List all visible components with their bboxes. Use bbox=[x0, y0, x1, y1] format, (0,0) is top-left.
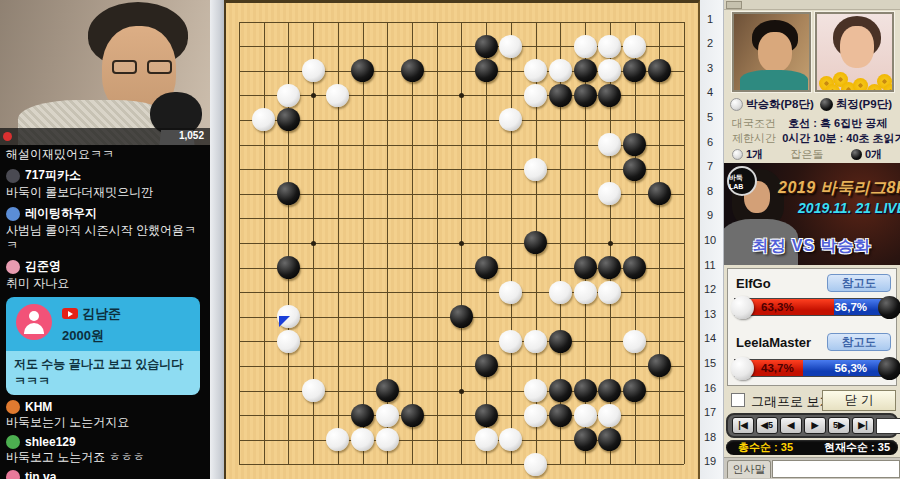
star-point bbox=[459, 389, 464, 394]
stone-black bbox=[351, 59, 374, 82]
cam-face bbox=[840, 26, 874, 68]
chat-username[interactable]: 김준영 bbox=[25, 258, 61, 275]
total-moves: 총수순 : 35 bbox=[738, 440, 793, 455]
panel-divider[interactable] bbox=[210, 0, 224, 479]
stone-white bbox=[623, 35, 646, 58]
row-label-1: 1 bbox=[700, 13, 720, 25]
white-stone-icon bbox=[731, 296, 754, 319]
stone-black bbox=[401, 404, 424, 427]
banner-date: 2019.11. 21 LIVE bbox=[798, 200, 900, 216]
time-value: 0시간 10분 : 40초 초읽기 5번 bbox=[782, 132, 900, 144]
chat-avatar bbox=[6, 470, 20, 479]
player-black-name: 최정(P9단) bbox=[836, 97, 892, 112]
move-number-input[interactable] bbox=[876, 418, 900, 434]
black-stone-icon bbox=[878, 296, 900, 319]
stone-black bbox=[623, 379, 646, 402]
stone-black bbox=[450, 305, 473, 328]
stone-black bbox=[277, 108, 300, 131]
star-point bbox=[459, 93, 464, 98]
host-webcam-video[interactable]: 1,052 bbox=[0, 0, 210, 145]
current-move: 현재수순 : 35 bbox=[824, 440, 890, 455]
donation-avatar bbox=[16, 304, 52, 340]
stone-black bbox=[277, 256, 300, 279]
tab-greeting[interactable]: 인사말 bbox=[727, 460, 771, 478]
youtube-icon bbox=[62, 308, 78, 319]
white-stone-icon bbox=[730, 98, 743, 111]
stone-black bbox=[549, 404, 572, 427]
chat-text: 사범님 롤아직 시즌시작 안했어욤ㅋㅋ bbox=[6, 223, 204, 253]
stone-white bbox=[277, 330, 300, 353]
stone-white bbox=[598, 133, 621, 156]
ai-engine-name: LeelaMaster bbox=[736, 335, 811, 350]
player-cam-white bbox=[732, 12, 811, 92]
greeting-row: 인사말 bbox=[724, 457, 900, 479]
nav-button-3[interactable]: ▶ bbox=[804, 417, 826, 434]
stone-black bbox=[475, 35, 498, 58]
stone-white bbox=[475, 428, 498, 451]
stone-white bbox=[574, 35, 597, 58]
condition-value: 호선 : 흑 6집반 공제 bbox=[788, 117, 887, 129]
row-label-12: 12 bbox=[700, 283, 720, 295]
stone-black bbox=[648, 59, 671, 82]
stone-black bbox=[598, 379, 621, 402]
stone-white bbox=[549, 59, 572, 82]
stone-white bbox=[574, 404, 597, 427]
right-panel-top-strip bbox=[724, 0, 900, 10]
row-label-17: 17 bbox=[700, 406, 720, 418]
chat-message: shlee129바둑보고 노는거죠 ㅎㅎㅎ bbox=[6, 435, 204, 465]
row-label-4: 4 bbox=[700, 86, 720, 98]
event-banner: 바둑LAB 2019 바둑리그8R 2019.11. 21 LIVE 최정 VS… bbox=[724, 163, 900, 265]
flower-decoration bbox=[825, 84, 840, 92]
flower-decoration bbox=[853, 78, 868, 92]
ai-winrate-box: ElfGo 참고도 63,3% 36,7% LeelaMaster 참고도 43… bbox=[727, 268, 897, 386]
stone-white bbox=[598, 281, 621, 304]
chat-text: 취미 자나요 bbox=[6, 276, 204, 291]
chat-list[interactable]: 해설이재밌어요ㅋㅋ717피카소바둑이 롤보다더재밋으니깐레이팅하우지사범님 롤아… bbox=[0, 145, 210, 479]
flower-decoration bbox=[883, 84, 894, 92]
stone-black bbox=[623, 133, 646, 156]
right-panel: 박승화(P8단) 최정(P9단) 대국조건 호선 : 흑 6집반 공제 제한시간… bbox=[724, 0, 900, 479]
player-black: 최정(P9단) bbox=[814, 95, 900, 113]
collapse-handle[interactable] bbox=[726, 1, 742, 9]
board-row-number-gutter: 12345678910111213141516171819 bbox=[700, 0, 724, 479]
stone-black bbox=[598, 84, 621, 107]
chat-username[interactable]: shlee129 bbox=[25, 435, 76, 449]
row-label-19: 19 bbox=[700, 455, 720, 467]
player-white-name: 박승화(P8단) bbox=[746, 97, 814, 112]
stone-black bbox=[524, 231, 547, 254]
captures-white: 1개 bbox=[746, 147, 763, 162]
left-panel: 1,052 해설이재밌어요ㅋㅋ717피카소바둑이 롤보다더재밋으니깐레이팅하우지… bbox=[0, 0, 210, 479]
chat-message: tin vaㅋㅋㅋㅋ bbox=[6, 470, 204, 479]
time-limit-row: 제한시간 0시간 10분 : 40초 초읽기 5번 bbox=[732, 131, 900, 146]
graph-view-label: 그래프로 보기 bbox=[751, 393, 833, 411]
ai-winrate-bar-leelamaster: 43,7% 56,3% bbox=[734, 359, 892, 377]
stone-white bbox=[598, 182, 621, 205]
row-label-10: 10 bbox=[700, 234, 720, 246]
row-label-2: 2 bbox=[700, 37, 720, 49]
chat-avatar bbox=[6, 260, 20, 274]
stone-black bbox=[376, 379, 399, 402]
stone-black bbox=[549, 330, 572, 353]
stone-white bbox=[277, 84, 300, 107]
grid-line bbox=[684, 22, 685, 465]
stone-white bbox=[524, 453, 547, 476]
donation-amount: 2000원 bbox=[62, 327, 121, 345]
stone-white bbox=[326, 84, 349, 107]
graph-option-row: 그래프로 보기 닫 기 bbox=[724, 390, 900, 412]
row-label-8: 8 bbox=[700, 185, 720, 197]
chat-text: 바둑보고 노는거죠 ㅎㅎㅎ bbox=[6, 450, 204, 465]
row-label-5: 5 bbox=[700, 111, 720, 123]
row-label-16: 16 bbox=[700, 382, 720, 394]
move-navigation-bar: |◀◀5◀▶5▶▶|GO bbox=[726, 413, 898, 438]
stone-black bbox=[623, 256, 646, 279]
donation-header: 김남준2000원 bbox=[6, 297, 200, 351]
cam-shirt bbox=[740, 70, 808, 92]
stone-black bbox=[475, 256, 498, 279]
grid-line bbox=[511, 22, 512, 465]
row-label-9: 9 bbox=[700, 209, 720, 221]
video-overlay-bar: 1,052 bbox=[0, 128, 210, 145]
grid-line bbox=[659, 22, 660, 465]
stone-white bbox=[376, 428, 399, 451]
player-name-row: 박승화(P8단) 최정(P9단) bbox=[724, 95, 900, 113]
stone-black bbox=[549, 379, 572, 402]
stone-black bbox=[401, 59, 424, 82]
grid-line bbox=[486, 22, 487, 465]
stone-black bbox=[648, 182, 671, 205]
stone-black bbox=[574, 428, 597, 451]
chat-text: 바둑보는기 노는거지요 bbox=[6, 415, 204, 430]
donation-user: 김남준 bbox=[82, 306, 121, 321]
app-window: 1,052 해설이재밌어요ㅋㅋ717피카소바둑이 롤보다더재밋으니깐레이팅하우지… bbox=[0, 0, 900, 479]
nav-button-4[interactable]: 5▶ bbox=[828, 417, 850, 434]
player-cam-black bbox=[815, 12, 894, 92]
stone-white bbox=[376, 404, 399, 427]
chat-message: 레이팅하우지사범님 롤아직 시즌시작 안했어욤ㅋㅋ bbox=[6, 205, 204, 253]
nav-button-2[interactable]: ◀ bbox=[780, 417, 802, 434]
stone-black bbox=[574, 59, 597, 82]
grid-line bbox=[239, 366, 684, 367]
stone-white bbox=[302, 379, 325, 402]
game-condition-row: 대국조건 호선 : 흑 6집반 공제 bbox=[732, 116, 900, 131]
viewer-count: 1,052 bbox=[179, 130, 204, 141]
stone-black bbox=[475, 404, 498, 427]
stone-white bbox=[351, 428, 374, 451]
white-stone-icon bbox=[731, 357, 754, 380]
row-label-13: 13 bbox=[700, 308, 720, 320]
stone-white bbox=[524, 84, 547, 107]
nav-button-5[interactable]: ▶| bbox=[852, 417, 874, 434]
stone-black bbox=[648, 354, 671, 377]
grid-line bbox=[239, 464, 684, 465]
donation-card: 김남준2000원저도 수능 끝나고 보고 있습니다 ㅋㅋㅋ bbox=[6, 297, 200, 395]
grid-line bbox=[239, 341, 684, 342]
row-label-18: 18 bbox=[700, 431, 720, 443]
move-status-bar: 총수순 : 35 현재수순 : 35 bbox=[726, 440, 898, 455]
flower-decoration bbox=[867, 84, 882, 92]
stone-white bbox=[252, 108, 275, 131]
stone-white bbox=[524, 59, 547, 82]
stone-white bbox=[499, 35, 522, 58]
stone-white bbox=[524, 330, 547, 353]
black-winrate-label: 36,7% bbox=[834, 301, 867, 313]
stone-white bbox=[574, 281, 597, 304]
stone-black bbox=[574, 84, 597, 107]
black-winrate-label: 56,3% bbox=[834, 362, 867, 374]
stone-black bbox=[598, 428, 621, 451]
reference-diagram-button[interactable]: 참고도 bbox=[827, 333, 891, 351]
chat-message: 717피카소바둑이 롤보다더재밋으니깐 bbox=[6, 167, 204, 200]
chat-message: 해설이재밌어요ㅋㅋ bbox=[6, 147, 204, 162]
channel-logo: 바둑LAB bbox=[727, 166, 757, 196]
banner-title: 2019 바둑리그8R bbox=[778, 178, 900, 199]
greeting-input[interactable] bbox=[772, 460, 900, 478]
black-stone-icon bbox=[878, 357, 900, 380]
chat-username[interactable]: tin va bbox=[25, 470, 56, 479]
chat-avatar bbox=[6, 207, 20, 221]
stone-black bbox=[277, 182, 300, 205]
stone-black bbox=[574, 379, 597, 402]
stone-black bbox=[574, 256, 597, 279]
stone-white bbox=[302, 59, 325, 82]
row-label-11: 11 bbox=[700, 259, 720, 271]
reference-diagram-button[interactable]: 참고도 bbox=[827, 274, 891, 292]
donation-message: 저도 수능 끝나고 보고 있습니다 ㅋㅋㅋ bbox=[6, 351, 200, 395]
chat-avatar bbox=[6, 169, 20, 183]
star-point bbox=[608, 241, 613, 246]
last-move-marker bbox=[279, 316, 290, 327]
stone-black bbox=[475, 59, 498, 82]
stone-white bbox=[598, 404, 621, 427]
stone-black bbox=[623, 158, 646, 181]
time-label: 제한시간 bbox=[732, 132, 776, 144]
star-point bbox=[459, 241, 464, 246]
go-board[interactable] bbox=[224, 0, 700, 479]
chat-message: KHM바둑보는기 노는거지요 bbox=[6, 400, 204, 430]
ai-engine-name: ElfGo bbox=[736, 276, 771, 291]
chat-text: 바둑이 롤보다더재밋으니깐 bbox=[6, 185, 204, 200]
stone-white bbox=[499, 428, 522, 451]
ai-winrate-bar-elfgo: 63,3% 36,7% bbox=[734, 298, 892, 316]
stone-white bbox=[524, 158, 547, 181]
chat-username[interactable]: 레이팅하우지 bbox=[25, 205, 97, 222]
stone-white bbox=[499, 330, 522, 353]
chat-text: 해설이재밌어요ㅋㅋ bbox=[6, 147, 204, 162]
condition-label: 대국조건 bbox=[732, 117, 776, 129]
star-point bbox=[311, 241, 316, 246]
stone-white bbox=[598, 35, 621, 58]
row-label-14: 14 bbox=[700, 332, 720, 344]
star-point bbox=[311, 93, 316, 98]
chat-username[interactable]: 717피카소 bbox=[25, 167, 81, 184]
stone-white bbox=[598, 59, 621, 82]
chat-avatar bbox=[6, 400, 20, 414]
close-button[interactable]: 닫 기 bbox=[822, 390, 896, 411]
stone-white bbox=[623, 330, 646, 353]
stone-black bbox=[598, 256, 621, 279]
record-dot-icon bbox=[3, 132, 12, 141]
white-stone-icon bbox=[732, 149, 743, 160]
row-label-3: 3 bbox=[700, 62, 720, 74]
stone-black bbox=[623, 59, 646, 82]
chat-username[interactable]: KHM bbox=[25, 400, 52, 414]
captures-black: 0개 bbox=[865, 147, 882, 162]
stone-black bbox=[475, 354, 498, 377]
black-stone-icon bbox=[820, 98, 833, 111]
chat-message: 김준영취미 자나요 bbox=[6, 258, 204, 291]
stone-white bbox=[549, 281, 572, 304]
stone-black bbox=[351, 404, 374, 427]
player-white: 박승화(P8단) bbox=[724, 95, 814, 113]
white-winrate-label: 63,3% bbox=[761, 301, 794, 313]
white-winrate-label: 43,7% bbox=[761, 362, 794, 374]
nav-button-0[interactable]: |◀ bbox=[732, 417, 754, 434]
chat-avatar bbox=[6, 435, 20, 449]
row-label-7: 7 bbox=[700, 160, 720, 172]
row-label-6: 6 bbox=[700, 136, 720, 148]
captures-row: 1개 잡은돌 0개 bbox=[724, 147, 900, 162]
stone-white bbox=[326, 428, 349, 451]
banner-matchup: 최정 VS 박승화 bbox=[724, 236, 900, 257]
cam-face bbox=[758, 32, 792, 72]
stone-black bbox=[549, 84, 572, 107]
graph-view-checkbox[interactable] bbox=[731, 393, 745, 407]
stone-white bbox=[524, 379, 547, 402]
stone-white bbox=[499, 281, 522, 304]
stone-white bbox=[524, 404, 547, 427]
row-label-15: 15 bbox=[700, 357, 720, 369]
black-stone-icon bbox=[851, 149, 862, 160]
captures-label: 잡은돌 bbox=[791, 147, 824, 162]
stone-white bbox=[499, 108, 522, 131]
nav-button-1[interactable]: ◀5 bbox=[756, 417, 778, 434]
host-glasses bbox=[112, 60, 172, 75]
